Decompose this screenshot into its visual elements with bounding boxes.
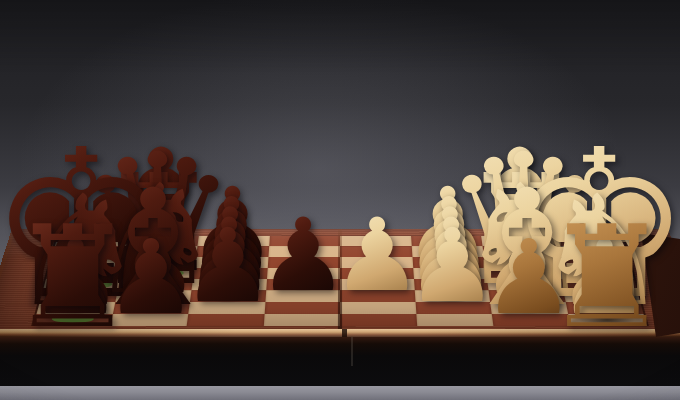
pieces-layer: ♝♟♟♝♜♟♟♜♛♟♟♛♚♞♟♟♟♟♞♚♞♝♟♟♝♞♟♟♟♟♜♜ — [0, 0, 680, 400]
scene: ♝♟♟♝♜♟♟♜♛♟♟♛♚♞♟♟♟♟♞♚♞♝♟♟♝♞♟♟♟♟♜♜ — [0, 0, 680, 400]
piece-black-rook-a1[interactable]: ♜ — [10, 207, 137, 348]
piece-white-rook-h1[interactable]: ♜ — [544, 207, 671, 348]
